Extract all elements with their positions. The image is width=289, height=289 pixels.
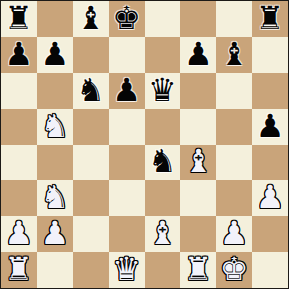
square-a4[interactable]: [1, 145, 37, 181]
black-pawn[interactable]: ♟: [5, 38, 34, 70]
black-knight[interactable]: ♞: [148, 145, 177, 177]
square-e3[interactable]: [145, 180, 181, 216]
square-c8[interactable]: ♝: [73, 1, 109, 37]
white-pawn[interactable]: ♟: [256, 181, 285, 213]
square-e4[interactable]: ♞: [145, 145, 181, 181]
white-pawn[interactable]: ♟: [220, 217, 249, 249]
square-d1[interactable]: ♛: [109, 252, 145, 288]
square-h7[interactable]: [252, 37, 288, 73]
square-b2[interactable]: ♟: [37, 216, 73, 252]
square-b6[interactable]: [37, 73, 73, 109]
square-d2[interactable]: [109, 216, 145, 252]
square-d4[interactable]: [109, 145, 145, 181]
white-pawn[interactable]: ♟: [5, 217, 34, 249]
white-king[interactable]: ♚: [220, 253, 249, 285]
square-g7[interactable]: ♝: [216, 37, 252, 73]
square-b5[interactable]: ♞: [37, 109, 73, 145]
square-d3[interactable]: [109, 180, 145, 216]
square-g3[interactable]: [216, 180, 252, 216]
square-c2[interactable]: [73, 216, 109, 252]
square-h4[interactable]: [252, 145, 288, 181]
black-rook[interactable]: ♜: [256, 2, 285, 34]
chess-board: ♜♝♚♜♟♟♟♝♞♟♛♞♟♞♝♞♟♟♟♝♟♜♛♜♚: [0, 0, 289, 289]
square-g8[interactable]: [216, 1, 252, 37]
square-h3[interactable]: ♟: [252, 180, 288, 216]
square-b1[interactable]: [37, 252, 73, 288]
square-b3[interactable]: ♞: [37, 180, 73, 216]
square-h8[interactable]: ♜: [252, 1, 288, 37]
square-f8[interactable]: [180, 1, 216, 37]
square-g4[interactable]: [216, 145, 252, 181]
square-h2[interactable]: [252, 216, 288, 252]
square-d8[interactable]: ♚: [109, 1, 145, 37]
square-a7[interactable]: ♟: [1, 37, 37, 73]
square-a2[interactable]: ♟: [1, 216, 37, 252]
black-pawn[interactable]: ♟: [112, 74, 141, 106]
square-h5[interactable]: ♟: [252, 109, 288, 145]
square-f3[interactable]: [180, 180, 216, 216]
black-bishop[interactable]: ♝: [76, 2, 105, 34]
square-c5[interactable]: [73, 109, 109, 145]
square-g2[interactable]: ♟: [216, 216, 252, 252]
black-bishop[interactable]: ♝: [220, 38, 249, 70]
square-e5[interactable]: [145, 109, 181, 145]
square-a1[interactable]: ♜: [1, 252, 37, 288]
square-g1[interactable]: ♚: [216, 252, 252, 288]
black-queen[interactable]: ♛: [148, 74, 177, 106]
square-c7[interactable]: [73, 37, 109, 73]
white-knight[interactable]: ♞: [40, 181, 69, 213]
square-d5[interactable]: [109, 109, 145, 145]
square-b7[interactable]: ♟: [37, 37, 73, 73]
square-e2[interactable]: ♝: [145, 216, 181, 252]
black-pawn[interactable]: ♟: [184, 38, 213, 70]
square-e7[interactable]: [145, 37, 181, 73]
square-e1[interactable]: [145, 252, 181, 288]
square-d6[interactable]: ♟: [109, 73, 145, 109]
white-bishop[interactable]: ♝: [184, 145, 213, 177]
square-h1[interactable]: [252, 252, 288, 288]
black-king[interactable]: ♚: [112, 2, 141, 34]
white-queen[interactable]: ♛: [112, 253, 141, 285]
square-c1[interactable]: [73, 252, 109, 288]
square-g5[interactable]: [216, 109, 252, 145]
white-knight[interactable]: ♞: [40, 110, 69, 142]
square-c3[interactable]: [73, 180, 109, 216]
square-b4[interactable]: [37, 145, 73, 181]
square-g6[interactable]: [216, 73, 252, 109]
square-f4[interactable]: ♝: [180, 145, 216, 181]
square-a8[interactable]: ♜: [1, 1, 37, 37]
square-f1[interactable]: ♜: [180, 252, 216, 288]
square-c6[interactable]: ♞: [73, 73, 109, 109]
square-e8[interactable]: [145, 1, 181, 37]
square-a5[interactable]: [1, 109, 37, 145]
square-d7[interactable]: [109, 37, 145, 73]
black-pawn[interactable]: ♟: [256, 110, 285, 142]
black-knight[interactable]: ♞: [76, 74, 105, 106]
black-pawn[interactable]: ♟: [40, 38, 69, 70]
square-b8[interactable]: [37, 1, 73, 37]
square-f5[interactable]: [180, 109, 216, 145]
square-h6[interactable]: [252, 73, 288, 109]
white-rook[interactable]: ♜: [184, 253, 213, 285]
square-a6[interactable]: [1, 73, 37, 109]
square-e6[interactable]: ♛: [145, 73, 181, 109]
square-f7[interactable]: ♟: [180, 37, 216, 73]
square-a3[interactable]: [1, 180, 37, 216]
white-rook[interactable]: ♜: [5, 253, 34, 285]
white-bishop[interactable]: ♝: [148, 217, 177, 249]
square-f6[interactable]: [180, 73, 216, 109]
square-f2[interactable]: [180, 216, 216, 252]
square-c4[interactable]: [73, 145, 109, 181]
white-pawn[interactable]: ♟: [40, 217, 69, 249]
black-rook[interactable]: ♜: [5, 2, 34, 34]
